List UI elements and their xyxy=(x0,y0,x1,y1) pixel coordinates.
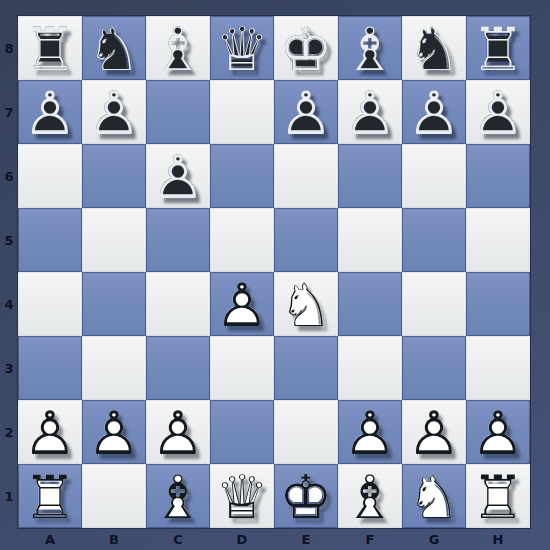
white-pawn-glyph: ♟ xyxy=(466,400,530,464)
black-king-glyph: ♚ xyxy=(274,16,338,80)
square-g3[interactable] xyxy=(402,336,466,400)
white-rook-glyph: ♜ xyxy=(466,464,530,528)
rank-labels: 87654321 xyxy=(0,16,18,528)
white-bishop-outline: ♗ xyxy=(338,464,402,528)
piece-white-pawn[interactable]: ♟♙ xyxy=(466,400,530,464)
white-knight-outline: ♘ xyxy=(402,464,466,528)
rank-label-1: 1 xyxy=(0,464,18,528)
black-rook-outline: ♖ xyxy=(18,16,82,80)
piece-black-king[interactable]: ♚♔ xyxy=(274,16,338,80)
square-d3[interactable] xyxy=(210,336,274,400)
piece-white-bishop[interactable]: ♝♗ xyxy=(338,464,402,528)
file-label-e: E xyxy=(274,528,338,550)
square-e4[interactable]: ♞♘ xyxy=(274,272,338,336)
white-pawn-glyph: ♟ xyxy=(146,400,210,464)
white-knight-glyph: ♞ xyxy=(274,272,338,336)
white-knight-glyph: ♞ xyxy=(402,464,466,528)
black-pawn-glyph: ♟ xyxy=(466,80,530,144)
white-pawn-glyph: ♟ xyxy=(210,272,274,336)
square-h5[interactable] xyxy=(466,208,530,272)
white-bishop-glyph: ♝ xyxy=(146,464,210,528)
piece-black-pawn[interactable]: ♟♙ xyxy=(338,80,402,144)
rank-label-5: 5 xyxy=(0,208,18,272)
piece-black-pawn[interactable]: ♟♙ xyxy=(274,80,338,144)
white-rook-outline: ♖ xyxy=(18,464,82,528)
piece-white-rook[interactable]: ♜♖ xyxy=(18,464,82,528)
square-a4[interactable] xyxy=(18,272,82,336)
square-g6[interactable] xyxy=(402,144,466,208)
rank-label-4: 4 xyxy=(0,272,18,336)
white-rook-glyph: ♜ xyxy=(18,464,82,528)
piece-white-pawn[interactable]: ♟♙ xyxy=(146,400,210,464)
square-c7[interactable] xyxy=(146,80,210,144)
square-a2[interactable]: ♟♙ xyxy=(18,400,82,464)
square-e6[interactable] xyxy=(274,144,338,208)
piece-white-knight[interactable]: ♞♘ xyxy=(402,464,466,528)
square-h7[interactable]: ♟♙ xyxy=(466,80,530,144)
square-b6[interactable] xyxy=(82,144,146,208)
file-label-a: A xyxy=(18,528,82,550)
black-rook-glyph: ♜ xyxy=(18,16,82,80)
piece-black-pawn[interactable]: ♟♙ xyxy=(146,144,210,208)
piece-black-pawn[interactable]: ♟♙ xyxy=(82,80,146,144)
piece-white-king[interactable]: ♚♔ xyxy=(274,464,338,528)
white-pawn-glyph: ♟ xyxy=(82,400,146,464)
piece-black-rook[interactable]: ♜♖ xyxy=(466,16,530,80)
square-f4[interactable] xyxy=(338,272,402,336)
square-e3[interactable] xyxy=(274,336,338,400)
square-g1[interactable]: ♞♘ xyxy=(402,464,466,528)
piece-black-queen[interactable]: ♛♕ xyxy=(210,16,274,80)
black-knight-glyph: ♞ xyxy=(402,16,466,80)
square-d4[interactable]: ♟♙ xyxy=(210,272,274,336)
white-pawn-outline: ♙ xyxy=(402,400,466,464)
square-f8[interactable]: ♝♗ xyxy=(338,16,402,80)
black-pawn-outline: ♙ xyxy=(338,80,402,144)
white-pawn-outline: ♙ xyxy=(18,400,82,464)
file-label-b: B xyxy=(82,528,146,550)
white-pawn-outline: ♙ xyxy=(466,400,530,464)
black-bishop-glyph: ♝ xyxy=(338,16,402,80)
rank-label-7: 7 xyxy=(0,80,18,144)
piece-black-pawn[interactable]: ♟♙ xyxy=(466,80,530,144)
black-rook-glyph: ♜ xyxy=(466,16,530,80)
rank-label-8: 8 xyxy=(0,16,18,80)
black-pawn-outline: ♙ xyxy=(274,80,338,144)
square-f7[interactable]: ♟♙ xyxy=(338,80,402,144)
chessboard-widget: 87654321 ♜♖♞♘♝♗♛♕♚♔♝♗♞♘♜♖♟♙♟♙♟♙♟♙♟♙♟♙♟♙♟… xyxy=(0,0,550,550)
square-f6[interactable] xyxy=(338,144,402,208)
black-pawn-glyph: ♟ xyxy=(402,80,466,144)
square-b5[interactable] xyxy=(82,208,146,272)
square-a6[interactable] xyxy=(18,144,82,208)
white-pawn-glyph: ♟ xyxy=(18,400,82,464)
square-f3[interactable] xyxy=(338,336,402,400)
piece-white-pawn[interactable]: ♟♙ xyxy=(402,400,466,464)
white-knight-outline: ♘ xyxy=(274,272,338,336)
square-h3[interactable] xyxy=(466,336,530,400)
black-king-outline: ♔ xyxy=(274,16,338,80)
file-labels: ABCDEFGH xyxy=(18,528,530,550)
square-h4[interactable] xyxy=(466,272,530,336)
square-c3[interactable] xyxy=(146,336,210,400)
black-pawn-glyph: ♟ xyxy=(82,80,146,144)
white-queen-outline: ♕ xyxy=(210,464,274,528)
white-queen-glyph: ♛ xyxy=(210,464,274,528)
square-a8[interactable]: ♜♖ xyxy=(18,16,82,80)
piece-black-bishop[interactable]: ♝♗ xyxy=(338,16,402,80)
board: ♜♖♞♘♝♗♛♕♚♔♝♗♞♘♜♖♟♙♟♙♟♙♟♙♟♙♟♙♟♙♟♙♞♘♟♙♟♙♟♙… xyxy=(18,16,530,528)
piece-white-pawn[interactable]: ♟♙ xyxy=(338,400,402,464)
black-queen-outline: ♕ xyxy=(210,16,274,80)
white-pawn-outline: ♙ xyxy=(82,400,146,464)
piece-white-bishop[interactable]: ♝♗ xyxy=(146,464,210,528)
piece-black-pawn[interactable]: ♟♙ xyxy=(402,80,466,144)
black-pawn-glyph: ♟ xyxy=(338,80,402,144)
square-b3[interactable] xyxy=(82,336,146,400)
file-label-f: F xyxy=(338,528,402,550)
black-bishop-glyph: ♝ xyxy=(146,16,210,80)
white-pawn-outline: ♙ xyxy=(210,272,274,336)
black-bishop-outline: ♗ xyxy=(338,16,402,80)
white-pawn-outline: ♙ xyxy=(146,400,210,464)
square-c8[interactable]: ♝♗ xyxy=(146,16,210,80)
square-a5[interactable] xyxy=(18,208,82,272)
square-h8[interactable]: ♜♖ xyxy=(466,16,530,80)
square-a1[interactable]: ♜♖ xyxy=(18,464,82,528)
piece-white-pawn[interactable]: ♟♙ xyxy=(210,272,274,336)
square-b8[interactable]: ♞♘ xyxy=(82,16,146,80)
square-d8[interactable]: ♛♕ xyxy=(210,16,274,80)
square-f2[interactable]: ♟♙ xyxy=(338,400,402,464)
black-knight-glyph: ♞ xyxy=(82,16,146,80)
black-pawn-glyph: ♟ xyxy=(18,80,82,144)
square-a7[interactable]: ♟♙ xyxy=(18,80,82,144)
black-pawn-glyph: ♟ xyxy=(146,144,210,208)
white-pawn-glyph: ♟ xyxy=(338,400,402,464)
piece-white-pawn[interactable]: ♟♙ xyxy=(82,400,146,464)
square-e7[interactable]: ♟♙ xyxy=(274,80,338,144)
square-b1[interactable] xyxy=(82,464,146,528)
square-f1[interactable]: ♝♗ xyxy=(338,464,402,528)
square-g5[interactable] xyxy=(402,208,466,272)
black-pawn-outline: ♙ xyxy=(146,144,210,208)
black-rook-outline: ♖ xyxy=(466,16,530,80)
file-label-g: G xyxy=(402,528,466,550)
square-c2[interactable]: ♟♙ xyxy=(146,400,210,464)
file-label-d: D xyxy=(210,528,274,550)
square-e2[interactable] xyxy=(274,400,338,464)
square-c1[interactable]: ♝♗ xyxy=(146,464,210,528)
black-knight-outline: ♘ xyxy=(402,16,466,80)
piece-white-pawn[interactable]: ♟♙ xyxy=(18,400,82,464)
square-f5[interactable] xyxy=(338,208,402,272)
rank-label-2: 2 xyxy=(0,400,18,464)
square-c5[interactable] xyxy=(146,208,210,272)
white-pawn-outline: ♙ xyxy=(338,400,402,464)
piece-white-queen[interactable]: ♛♕ xyxy=(210,464,274,528)
black-pawn-outline: ♙ xyxy=(466,80,530,144)
black-pawn-glyph: ♟ xyxy=(274,80,338,144)
white-rook-outline: ♖ xyxy=(466,464,530,528)
square-d5[interactable] xyxy=(210,208,274,272)
square-d6[interactable] xyxy=(210,144,274,208)
white-bishop-outline: ♗ xyxy=(146,464,210,528)
file-label-h: H xyxy=(466,528,530,550)
black-queen-glyph: ♛ xyxy=(210,16,274,80)
black-pawn-outline: ♙ xyxy=(18,80,82,144)
square-g4[interactable] xyxy=(402,272,466,336)
black-pawn-outline: ♙ xyxy=(82,80,146,144)
white-pawn-glyph: ♟ xyxy=(402,400,466,464)
piece-white-knight[interactable]: ♞♘ xyxy=(274,272,338,336)
black-pawn-outline: ♙ xyxy=(402,80,466,144)
square-h2[interactable]: ♟♙ xyxy=(466,400,530,464)
square-d2[interactable] xyxy=(210,400,274,464)
piece-black-bishop[interactable]: ♝♗ xyxy=(146,16,210,80)
rank-label-6: 6 xyxy=(0,144,18,208)
black-knight-outline: ♘ xyxy=(82,16,146,80)
square-c6[interactable]: ♟♙ xyxy=(146,144,210,208)
piece-black-knight[interactable]: ♞♘ xyxy=(82,16,146,80)
piece-black-knight[interactable]: ♞♘ xyxy=(402,16,466,80)
piece-black-pawn[interactable]: ♟♙ xyxy=(18,80,82,144)
square-c4[interactable] xyxy=(146,272,210,336)
square-e8[interactable]: ♚♔ xyxy=(274,16,338,80)
square-h6[interactable] xyxy=(466,144,530,208)
square-g8[interactable]: ♞♘ xyxy=(402,16,466,80)
file-label-c: C xyxy=(146,528,210,550)
square-e5[interactable] xyxy=(274,208,338,272)
square-b4[interactable] xyxy=(82,272,146,336)
square-b7[interactable]: ♟♙ xyxy=(82,80,146,144)
piece-white-rook[interactable]: ♜♖ xyxy=(466,464,530,528)
white-bishop-glyph: ♝ xyxy=(338,464,402,528)
square-d1[interactable]: ♛♕ xyxy=(210,464,274,528)
square-e1[interactable]: ♚♔ xyxy=(274,464,338,528)
white-king-outline: ♔ xyxy=(274,464,338,528)
square-g2[interactable]: ♟♙ xyxy=(402,400,466,464)
square-a3[interactable] xyxy=(18,336,82,400)
white-king-glyph: ♚ xyxy=(274,464,338,528)
square-h1[interactable]: ♜♖ xyxy=(466,464,530,528)
square-g7[interactable]: ♟♙ xyxy=(402,80,466,144)
piece-black-rook[interactable]: ♜♖ xyxy=(18,16,82,80)
rank-label-3: 3 xyxy=(0,336,18,400)
black-bishop-outline: ♗ xyxy=(146,16,210,80)
square-d7[interactable] xyxy=(210,80,274,144)
square-b2[interactable]: ♟♙ xyxy=(82,400,146,464)
